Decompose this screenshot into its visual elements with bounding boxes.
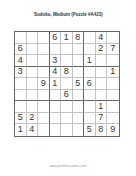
- cell-r9c4-empty[interactable]: [50, 124, 62, 136]
- cell-r4c2-empty[interactable]: [27, 67, 39, 79]
- cell-r2c8-given: 2: [96, 44, 108, 56]
- page-title: Sudoku, Medium (Puzzle #A423): [34, 12, 102, 17]
- cell-r1c7-empty[interactable]: [84, 32, 96, 44]
- cell-r3c7-given: 1: [84, 55, 96, 67]
- cell-r9c6-empty[interactable]: [73, 124, 85, 136]
- cell-r5c3-given: 9: [38, 78, 50, 90]
- cell-r6c3-empty[interactable]: [38, 90, 50, 102]
- cell-r6c2-empty[interactable]: [27, 90, 39, 102]
- cell-r2c6-empty[interactable]: [73, 44, 85, 56]
- cell-r2c5-empty[interactable]: [61, 44, 73, 56]
- cell-r5c9-empty[interactable]: [107, 78, 119, 90]
- cell-r8c1-given: 5: [15, 113, 27, 125]
- cell-r9c2-given: 4: [27, 124, 39, 136]
- cell-r7c3-empty[interactable]: [38, 101, 50, 113]
- cell-r1c8-given: 4: [96, 32, 108, 44]
- cell-r4c6-empty[interactable]: [73, 67, 85, 79]
- cell-r9c5-empty[interactable]: [61, 124, 73, 136]
- cell-r6c1-empty[interactable]: [15, 90, 27, 102]
- cell-r6c8-empty[interactable]: [96, 90, 108, 102]
- cell-r5c2-empty[interactable]: [27, 78, 39, 90]
- cell-r9c9-given: 9: [107, 124, 119, 136]
- cell-r7c6-empty[interactable]: [73, 101, 85, 113]
- cell-r4c5-given: 8: [61, 67, 73, 79]
- cell-r8c5-empty[interactable]: [61, 113, 73, 125]
- cell-r2c7-empty[interactable]: [84, 44, 96, 56]
- cell-r5c4-given: 1: [50, 78, 62, 90]
- cell-r4c7-empty[interactable]: [84, 67, 96, 79]
- cell-r2c3-empty[interactable]: [38, 44, 50, 56]
- cell-r9c3-empty[interactable]: [38, 124, 50, 136]
- cell-r7c1-empty[interactable]: [15, 101, 27, 113]
- cell-r3c4-given: 3: [50, 55, 62, 67]
- cell-r4c1-given: 3: [15, 67, 27, 79]
- cell-r7c2-empty[interactable]: [27, 101, 39, 113]
- cell-r2c1-given: 6: [15, 44, 27, 56]
- cell-r2c2-empty[interactable]: [27, 44, 39, 56]
- cell-r7c7-empty[interactable]: [84, 101, 96, 113]
- cell-r3c5-empty[interactable]: [61, 55, 73, 67]
- cell-r8c7-empty[interactable]: [84, 113, 96, 125]
- cell-r3c6-empty[interactable]: [73, 55, 85, 67]
- cell-r6c6-empty[interactable]: [73, 90, 85, 102]
- cell-r4c9-given: 1: [107, 67, 119, 79]
- cell-r4c8-empty[interactable]: [96, 67, 108, 79]
- cell-r1c3-empty[interactable]: [38, 32, 50, 44]
- cell-r5c8-empty[interactable]: [96, 78, 108, 90]
- cell-r6c4-empty[interactable]: [50, 90, 62, 102]
- cell-r3c9-empty[interactable]: [107, 55, 119, 67]
- cell-r7c9-empty[interactable]: [107, 101, 119, 113]
- cell-r8c6-empty[interactable]: [73, 113, 85, 125]
- cell-r3c1-given: 4: [15, 55, 27, 67]
- cell-r6c5-given: 6: [61, 90, 73, 102]
- cell-r1c9-empty[interactable]: [107, 32, 119, 44]
- cell-r4c3-empty[interactable]: [38, 67, 50, 79]
- cell-r7c4-empty[interactable]: [50, 101, 62, 113]
- cell-r8c9-empty[interactable]: [107, 113, 119, 125]
- sudoku-grid: 6184627431348191566152714589: [14, 31, 120, 137]
- cell-r3c8-empty[interactable]: [96, 55, 108, 67]
- cell-r6c7-empty[interactable]: [84, 90, 96, 102]
- cell-r8c4-empty[interactable]: [50, 113, 62, 125]
- cell-r5c1-empty[interactable]: [15, 78, 27, 90]
- cell-r3c2-empty[interactable]: [27, 55, 39, 67]
- cell-r9c7-given: 5: [84, 124, 96, 136]
- cell-r6c9-empty[interactable]: [107, 90, 119, 102]
- cell-r1c4-given: 6: [50, 32, 62, 44]
- cell-r2c9-given: 7: [107, 44, 119, 56]
- cell-r9c1-given: 1: [15, 124, 27, 136]
- cell-r4c4-given: 4: [50, 67, 62, 79]
- cell-r5c7-given: 6: [84, 78, 96, 90]
- cell-r9c8-given: 8: [96, 124, 108, 136]
- cell-r5c6-given: 5: [73, 78, 85, 90]
- cell-r7c8-given: 1: [96, 101, 108, 113]
- cell-r1c5-given: 1: [61, 32, 73, 44]
- cell-r3c3-empty[interactable]: [38, 55, 50, 67]
- footer: www.printfreesudoku.com: [41, 164, 95, 168]
- cell-r8c2-given: 2: [27, 113, 39, 125]
- cell-r7c5-empty[interactable]: [61, 101, 73, 113]
- cell-r1c1-empty[interactable]: [15, 32, 27, 44]
- cell-r1c6-given: 8: [73, 32, 85, 44]
- cell-r8c8-given: 7: [96, 113, 108, 125]
- puzzle-title-text: Sudoku, Medium (Puzzle #A423): [34, 12, 103, 17]
- cell-r5c5-empty[interactable]: [61, 78, 73, 90]
- cell-r1c2-empty[interactable]: [27, 32, 39, 44]
- cell-r2c4-empty[interactable]: [50, 44, 62, 56]
- cell-r8c3-empty[interactable]: [38, 113, 50, 125]
- footer-url-text: www.printfreesudoku.com: [50, 164, 87, 168]
